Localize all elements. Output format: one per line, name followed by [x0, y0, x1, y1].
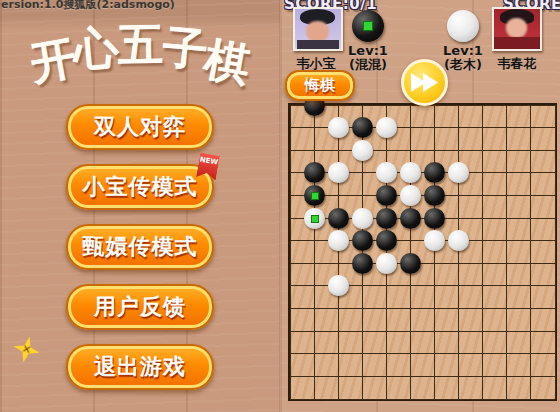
fast-forward-button[interactable]: [401, 59, 448, 106]
stone-white: [328, 230, 349, 251]
fast-forward-icon: [423, 73, 438, 92]
stone-black: [400, 208, 421, 229]
undo-move-button[interactable]: 悔棋: [285, 70, 355, 101]
grid-line-horizontal: [290, 150, 555, 151]
stone-white: [328, 117, 349, 138]
title-char: 子: [160, 24, 209, 73]
title-char: 棋: [201, 36, 253, 88]
turn-marker: [363, 21, 373, 31]
avatar-robe: [297, 40, 339, 50]
avatar-face: [506, 18, 527, 38]
menu-button-label: 退出游戏: [94, 352, 186, 382]
stone-white: [352, 140, 373, 161]
grid-line-horizontal: [290, 353, 555, 354]
stone-white: [448, 162, 469, 183]
stone-white: [376, 253, 397, 274]
stone-white: [400, 162, 421, 183]
stone-white: [304, 208, 325, 229]
stone-black: [376, 230, 397, 251]
grid-line-horizontal: [290, 399, 555, 400]
stone-black: [424, 185, 445, 206]
stone-black: [424, 162, 445, 183]
menu-button-zhenhuan-mode[interactable]: 甄嬛传模式: [66, 224, 214, 270]
game-title: 开 心 五 子 棋: [0, 22, 280, 114]
app-screen: ersion:1.0搜狐版(2:adsmogo) 开 心 五 子 棋 双人对弈 …: [0, 0, 560, 412]
stone-black: [352, 230, 373, 251]
avatar-face: [306, 21, 329, 42]
stone-white: [328, 275, 349, 296]
player2-avatar: [492, 7, 542, 51]
stone-black: [424, 208, 445, 229]
player1-black-stone-icon: [352, 10, 384, 42]
stone-black: [304, 185, 325, 206]
menu-button-two-player[interactable]: 双人对弈: [66, 104, 214, 150]
stone-white: [352, 208, 373, 229]
grid-line-horizontal: [290, 263, 555, 264]
grid-line-horizontal: [290, 308, 555, 309]
grid-line-horizontal: [290, 331, 555, 332]
menu-button-feedback[interactable]: 用户反馈: [66, 284, 214, 330]
player2-name: 韦春花: [486, 55, 548, 73]
stone-black: [400, 253, 421, 274]
grid-line-horizontal: [290, 376, 555, 377]
stone-black: [376, 185, 397, 206]
stone-white: [424, 230, 445, 251]
menu-button-label: 小宝传模式: [83, 172, 198, 202]
grid-line-horizontal: [290, 195, 555, 196]
menu-button-label: 甄嬛传模式: [83, 232, 198, 262]
stone-black: [352, 253, 373, 274]
stone-black: [328, 208, 349, 229]
menu-panel: ersion:1.0搜狐版(2:adsmogo) 开 心 五 子 棋 双人对弈 …: [0, 0, 280, 412]
menu-button-label: 双人对弈: [94, 112, 186, 142]
stone-white: [448, 230, 469, 251]
title-char: 五: [117, 22, 163, 68]
menu-button-label: 用户反馈: [94, 292, 186, 322]
player2-white-stone-icon: [447, 10, 479, 42]
stone-black: [352, 117, 373, 138]
stone-black: [304, 162, 325, 183]
title-char: 心: [71, 24, 120, 73]
stone-white: [376, 117, 397, 138]
version-text: ersion:1.0搜狐版(2:adsmogo): [1, 0, 175, 12]
stone-white: [328, 162, 349, 183]
new-badge: NEW: [196, 152, 220, 180]
player1-avatar: [293, 7, 343, 51]
last-move-marker: [311, 215, 319, 223]
last-move-marker: [311, 192, 319, 200]
undo-button-label: 悔棋: [305, 76, 335, 95]
stone-black: [376, 208, 397, 229]
menu-button-exit[interactable]: 退出游戏: [66, 344, 214, 390]
stone-white: [400, 185, 421, 206]
stone-white: [376, 162, 397, 183]
title-char: 开: [27, 34, 79, 86]
gomoku-board[interactable]: [288, 103, 557, 401]
sparkle-star-icon: ✕: [10, 333, 43, 366]
menu-button-xiaobao-mode[interactable]: 小宝传模式 NEW: [66, 164, 214, 210]
game-panel: SCORE:0/1 SCORE: 韦小宝 Lev:1 (混混) Lev:1 (老…: [280, 0, 560, 412]
avatar-shoulder: [494, 37, 540, 50]
